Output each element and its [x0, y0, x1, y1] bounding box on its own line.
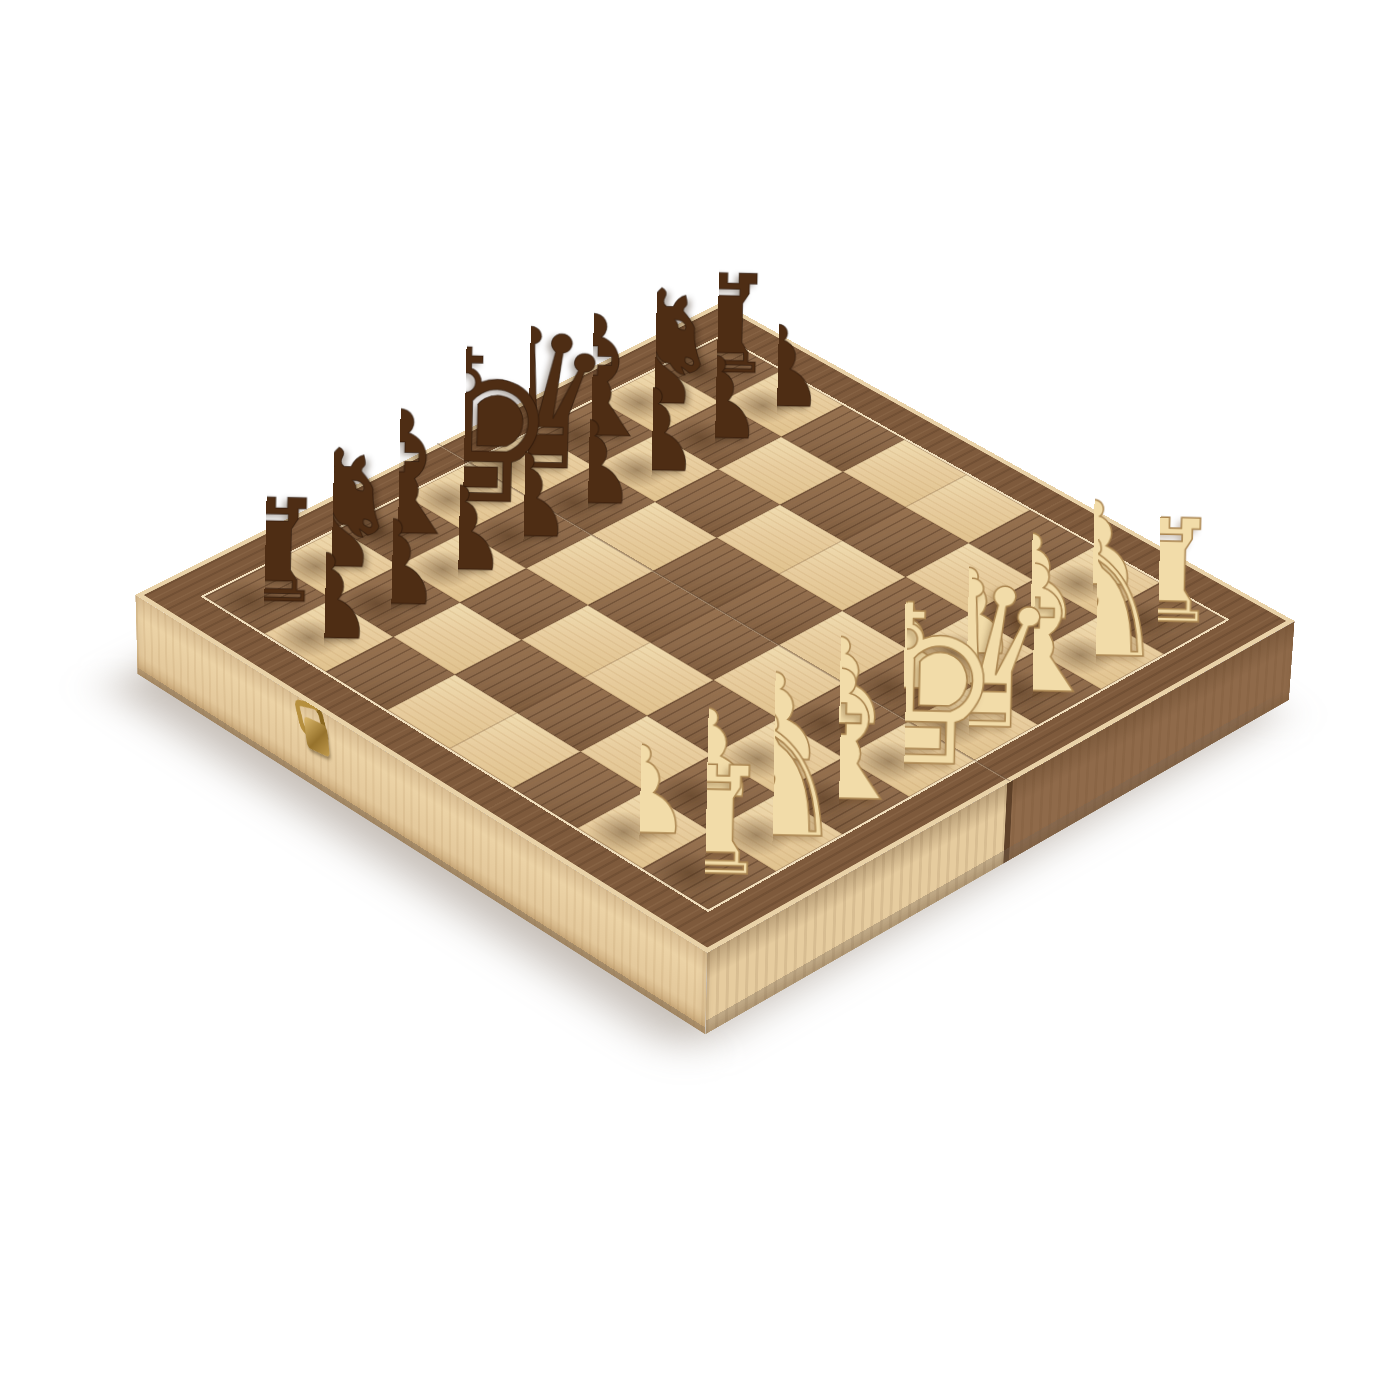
square-h1[interactable]: ♜ — [642, 831, 776, 909]
piece-glyph: ♟ — [272, 538, 379, 657]
board-top: ♜♟♟♜♞♟♟♞♝♟♟♝♛♟♟♛♚♟♟♚♝♟♟♝♞♟♟♞♜♟♟♜ — [135, 302, 1294, 953]
photo-frame: ♜♟♟♜♞♟♟♞♝♟♟♝♛♟♟♛♚♟♟♚♝♟♟♝♞♟♟♞♜♟♟♜ — [0, 0, 1400, 1400]
chess-box: ♜♟♟♜♞♟♟♞♝♟♟♝♛♟♟♛♚♟♟♚♝♟♟♝♞♟♟♞♜♟♟♜ — [135, 302, 1294, 953]
square-h7[interactable]: ♟ — [265, 599, 393, 671]
clasp-plate — [303, 715, 330, 757]
